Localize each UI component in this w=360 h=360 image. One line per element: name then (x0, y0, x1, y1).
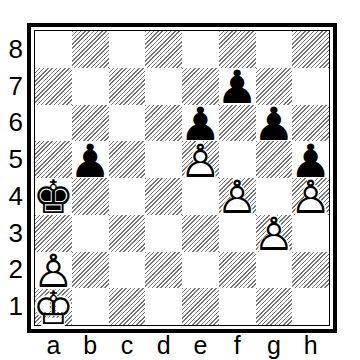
square-d1[interactable] (145, 288, 182, 325)
white-pawn-icon: ♙ (180, 138, 221, 184)
square-h8[interactable] (292, 31, 329, 68)
square-b8[interactable] (72, 31, 109, 68)
square-c7[interactable] (109, 68, 146, 105)
square-e2[interactable] (182, 252, 219, 289)
square-e5[interactable]: ♟♙ (182, 141, 219, 178)
square-d7[interactable] (145, 68, 182, 105)
white-pawn: ♟♙ (256, 215, 293, 252)
chess-diagram: 87654321 ♟♟♟♟♟♙♟♚♟♙♟♙♟♙♟♙♚♔ abcdefgh (0, 0, 360, 360)
square-c2[interactable] (109, 252, 146, 289)
square-a1[interactable]: ♚♔ (35, 288, 72, 325)
square-b5[interactable]: ♟ (72, 141, 109, 178)
board-grid: ♟♟♟♟♟♙♟♚♟♙♟♙♟♙♟♙♚♔ (35, 31, 329, 325)
white-pawn-icon: ♙ (217, 174, 258, 220)
file-label-g: g (256, 332, 293, 359)
chess-board: ♟♟♟♟♟♙♟♚♟♙♟♙♟♙♟♙♚♔ (27, 23, 337, 333)
board-inner-border: ♟♟♟♟♟♙♟♚♟♙♟♙♟♙♟♙♚♔ (34, 30, 330, 326)
square-b2[interactable] (72, 252, 109, 289)
square-h1[interactable] (292, 288, 329, 325)
square-e1[interactable] (182, 288, 219, 325)
square-h2[interactable] (292, 252, 329, 289)
square-g3[interactable]: ♟♙ (256, 215, 293, 252)
file-label-e: e (182, 332, 219, 359)
white-pawn: ♟♙ (219, 178, 256, 215)
white-king: ♚♔ (35, 288, 72, 325)
square-d3[interactable] (145, 215, 182, 252)
square-c6[interactable] (109, 105, 146, 142)
square-c4[interactable] (109, 178, 146, 215)
square-a7[interactable] (35, 68, 72, 105)
black-pawn-icon: ♟ (253, 101, 294, 147)
square-h4[interactable]: ♟♙ (292, 178, 329, 215)
white-pawn: ♟♙ (182, 141, 219, 178)
square-c5[interactable] (109, 141, 146, 178)
square-b3[interactable] (72, 215, 109, 252)
square-g6[interactable]: ♟ (256, 105, 293, 142)
square-a4[interactable]: ♚ (35, 178, 72, 215)
white-king-icon: ♔ (33, 285, 74, 331)
black-pawn: ♟ (256, 105, 293, 142)
square-f1[interactable] (219, 288, 256, 325)
file-label-h: h (292, 332, 329, 359)
white-pawn-icon: ♙ (290, 174, 331, 220)
square-a8[interactable] (35, 31, 72, 68)
black-pawn-icon: ♟ (217, 64, 258, 110)
rank-label-1: 1 (0, 288, 23, 325)
file-label-d: d (145, 332, 182, 359)
square-b1[interactable] (72, 288, 109, 325)
black-pawn: ♟ (219, 68, 256, 105)
rank-labels: 87654321 (0, 31, 23, 325)
square-b7[interactable] (72, 68, 109, 105)
rank-label-5: 5 (0, 141, 23, 178)
rank-label-4: 4 (0, 178, 23, 215)
square-g8[interactable] (256, 31, 293, 68)
square-d8[interactable] (145, 31, 182, 68)
file-label-c: c (109, 332, 146, 359)
white-pawn-icon: ♙ (253, 211, 294, 257)
square-a6[interactable] (35, 105, 72, 142)
square-f4[interactable]: ♟♙ (219, 178, 256, 215)
black-king-icon: ♚ (33, 174, 74, 220)
square-g1[interactable] (256, 288, 293, 325)
rank-label-8: 8 (0, 31, 23, 68)
file-label-f: f (219, 332, 256, 359)
file-labels: abcdefgh (35, 332, 329, 359)
rank-label-6: 6 (0, 105, 23, 142)
square-c3[interactable] (109, 215, 146, 252)
square-d2[interactable] (145, 252, 182, 289)
rank-label-2: 2 (0, 252, 23, 289)
black-king: ♚ (35, 178, 72, 215)
file-label-b: b (72, 332, 109, 359)
black-pawn: ♟ (72, 141, 109, 178)
square-c8[interactable] (109, 31, 146, 68)
square-c1[interactable] (109, 288, 146, 325)
square-e8[interactable] (182, 31, 219, 68)
rank-label-3: 3 (0, 215, 23, 252)
black-pawn-icon: ♟ (70, 138, 111, 184)
square-f7[interactable]: ♟ (219, 68, 256, 105)
white-pawn: ♟♙ (292, 178, 329, 215)
rank-label-7: 7 (0, 68, 23, 105)
square-h7[interactable] (292, 68, 329, 105)
